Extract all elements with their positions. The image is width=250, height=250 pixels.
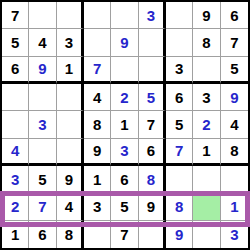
sudoku-cell-r1c4[interactable] — [84, 2, 111, 29]
sudoku-cell-r8c9[interactable]: 1 — [221, 193, 248, 220]
sudoku-cell-r4c4[interactable]: 4 — [84, 84, 111, 111]
sudoku-cell-r5c5[interactable]: 1 — [111, 111, 138, 138]
sudoku-cell-r7c3[interactable]: 9 — [57, 166, 84, 193]
sudoku-cell-r3c9[interactable]: 5 — [221, 57, 248, 84]
sudoku-cell-r9c8[interactable] — [193, 221, 220, 248]
sudoku-cell-r1c6[interactable]: 3 — [139, 2, 166, 29]
sudoku-cell-r9c9[interactable]: 3 — [221, 221, 248, 248]
sudoku-cell-r8c2[interactable]: 7 — [29, 193, 56, 220]
sudoku-cell-r6c7[interactable]: 7 — [166, 139, 193, 166]
sudoku-cell-r4c3[interactable] — [57, 84, 84, 111]
sudoku-cell-r2c7[interactable] — [166, 29, 193, 56]
sudoku-cell-r3c8[interactable] — [193, 57, 220, 84]
sudoku-app: 7396543987691735425639381752449367183591… — [0, 0, 250, 250]
sudoku-cell-r3c4[interactable]: 7 — [84, 57, 111, 84]
sudoku-cell-r1c9[interactable]: 6 — [221, 2, 248, 29]
sudoku-cell-r6c6[interactable]: 6 — [139, 139, 166, 166]
sudoku-cell-r7c6[interactable]: 8 — [139, 166, 166, 193]
sudoku-cell-r8c7[interactable]: 8 — [166, 193, 193, 220]
sudoku-cell-r1c5[interactable] — [111, 2, 138, 29]
sudoku-cell-r3c6[interactable] — [139, 57, 166, 84]
sudoku-cell-r6c1[interactable]: 4 — [2, 139, 29, 166]
sudoku-cell-r6c2[interactable] — [29, 139, 56, 166]
sudoku-cell-r7c2[interactable]: 5 — [29, 166, 56, 193]
sudoku-cell-r1c7[interactable] — [166, 2, 193, 29]
selected-cell[interactable] — [193, 193, 220, 220]
sudoku-cell-r7c8[interactable] — [193, 166, 220, 193]
sudoku-cell-r6c9[interactable]: 8 — [221, 139, 248, 166]
sudoku-cell-r5c2[interactable]: 3 — [29, 111, 56, 138]
sudoku-cell-r8c5[interactable]: 5 — [111, 193, 138, 220]
sudoku-cell-r7c4[interactable]: 1 — [84, 166, 111, 193]
sudoku-board: 7396543987691735425639381752449367183591… — [0, 0, 250, 250]
sudoku-cell-r4c9[interactable]: 9 — [221, 84, 248, 111]
sudoku-cell-r2c5[interactable]: 9 — [111, 29, 138, 56]
sudoku-cell-r4c1[interactable] — [2, 84, 29, 111]
sudoku-cell-r7c7[interactable] — [166, 166, 193, 193]
sudoku-cell-r8c6[interactable]: 9 — [139, 193, 166, 220]
sudoku-cell-r5c8[interactable]: 2 — [193, 111, 220, 138]
sudoku-cell-r3c2[interactable]: 9 — [29, 57, 56, 84]
sudoku-cell-r9c6[interactable] — [139, 221, 166, 248]
sudoku-cell-r8c4[interactable]: 3 — [84, 193, 111, 220]
sudoku-cell-r7c9[interactable] — [221, 166, 248, 193]
sudoku-cell-r5c9[interactable]: 4 — [221, 111, 248, 138]
sudoku-cell-r3c3[interactable]: 1 — [57, 57, 84, 84]
sudoku-cell-r4c6[interactable]: 5 — [139, 84, 166, 111]
sudoku-cell-r1c3[interactable] — [57, 2, 84, 29]
sudoku-cell-r9c7[interactable]: 9 — [166, 221, 193, 248]
sudoku-cell-r4c5[interactable]: 2 — [111, 84, 138, 111]
sudoku-cell-r3c7[interactable]: 3 — [166, 57, 193, 84]
sudoku-cell-r5c1[interactable] — [2, 111, 29, 138]
sudoku-cell-r3c1[interactable]: 6 — [2, 57, 29, 84]
sudoku-cell-r8c3[interactable]: 4 — [57, 193, 84, 220]
sudoku-cell-r6c4[interactable]: 9 — [84, 139, 111, 166]
sudoku-cell-r9c1[interactable]: 1 — [2, 221, 29, 248]
sudoku-cell-r1c2[interactable] — [29, 2, 56, 29]
sudoku-cell-r2c9[interactable]: 7 — [221, 29, 248, 56]
sudoku-cell-r2c2[interactable]: 4 — [29, 29, 56, 56]
sudoku-cell-r3c5[interactable] — [111, 57, 138, 84]
sudoku-cell-r4c8[interactable]: 3 — [193, 84, 220, 111]
sudoku-cell-r7c5[interactable]: 6 — [111, 166, 138, 193]
sudoku-cell-r9c3[interactable]: 8 — [57, 221, 84, 248]
sudoku-cell-r4c7[interactable]: 6 — [166, 84, 193, 111]
sudoku-cell-r9c2[interactable]: 6 — [29, 221, 56, 248]
sudoku-cell-r5c7[interactable]: 5 — [166, 111, 193, 138]
sudoku-cell-r9c4[interactable] — [84, 221, 111, 248]
sudoku-cell-r1c8[interactable]: 9 — [193, 2, 220, 29]
sudoku-cell-r5c3[interactable] — [57, 111, 84, 138]
sudoku-cell-r6c3[interactable] — [57, 139, 84, 166]
sudoku-cell-r2c3[interactable]: 3 — [57, 29, 84, 56]
sudoku-cell-r6c5[interactable]: 3 — [111, 139, 138, 166]
sudoku-cell-r2c4[interactable] — [84, 29, 111, 56]
sudoku-cell-r5c4[interactable]: 8 — [84, 111, 111, 138]
sudoku-cell-r9c5[interactable]: 7 — [111, 221, 138, 248]
sudoku-cell-r2c6[interactable] — [139, 29, 166, 56]
sudoku-cell-r6c8[interactable]: 1 — [193, 139, 220, 166]
sudoku-cell-r2c1[interactable]: 5 — [2, 29, 29, 56]
sudoku-cell-r4c2[interactable] — [29, 84, 56, 111]
sudoku-cell-r1c1[interactable]: 7 — [2, 2, 29, 29]
sudoku-cell-r5c6[interactable]: 7 — [139, 111, 166, 138]
sudoku-cell-r8c1[interactable]: 2 — [2, 193, 29, 220]
sudoku-cell-r2c8[interactable]: 8 — [193, 29, 220, 56]
sudoku-cell-r7c1[interactable]: 3 — [2, 166, 29, 193]
